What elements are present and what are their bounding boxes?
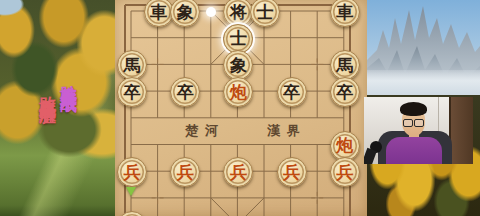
video-frame: 胜兵先胜而后求战 败兵先战而后求胜	[0, 0, 480, 216]
webcam-person-glasses	[403, 119, 424, 125]
piece-i5[interactable]: 炮	[330, 131, 360, 161]
piece-i2[interactable]: 馬	[330, 50, 360, 80]
webcam-wardrobe	[449, 97, 473, 164]
river-label-chu: 楚河	[175, 122, 235, 140]
piece-b0[interactable]: 車	[144, 0, 174, 27]
river-label-han: 漢界	[257, 122, 317, 140]
webcam-person-hair	[400, 102, 427, 116]
quote-column-left: 败兵先战而后求胜	[37, 83, 60, 216]
piece-g6[interactable]: 兵	[277, 157, 307, 187]
piece-e1[interactable]: 士	[223, 24, 253, 54]
piece-a3[interactable]: 卒	[117, 77, 147, 107]
piece-a6[interactable]: 兵	[117, 157, 147, 187]
xiangqi-board[interactable]: 楚河 漢界 車象将士車士馬象馬卒卒炮卒卒炮兵兵兵兵兵炮	[115, 0, 367, 216]
last-move-origin-dot	[206, 7, 216, 17]
quote-column-right: 胜兵先胜而后求战	[58, 71, 81, 216]
piece-i3[interactable]: 卒	[330, 77, 360, 107]
hint-arrow-icon	[126, 187, 136, 196]
mountain-snow-base	[367, 70, 480, 97]
webcam-feed	[364, 97, 473, 164]
piece-g3[interactable]: 卒	[277, 77, 307, 107]
piece-i6[interactable]: 兵	[330, 157, 360, 187]
mountain-photo	[367, 0, 480, 97]
webcam-person-shirt	[386, 137, 442, 164]
microphone-stem	[364, 148, 377, 164]
